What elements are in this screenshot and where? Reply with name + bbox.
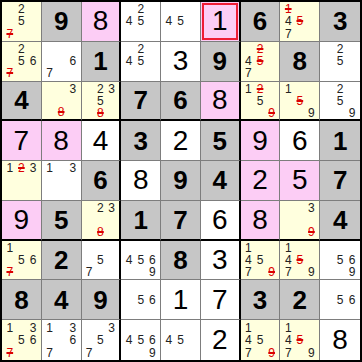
candidate-6: 6 (67, 55, 79, 67)
candidates-grid: 2567 (4, 43, 39, 80)
cell-value-given: 1 (133, 207, 147, 233)
cell-r9c5[interactable]: 45 (161, 320, 201, 360)
cell-value-solved: 8 (133, 166, 149, 194)
candidate-5: 5 (16, 254, 28, 266)
cell-r2c7[interactable]: 2457 (241, 42, 281, 82)
candidate-9: 9 (346, 107, 358, 119)
cell-r1c8[interactable]: 1457 (280, 2, 320, 42)
cell-r3c2[interactable]: 38 (42, 82, 82, 122)
cell-r5c5[interactable]: 9 (161, 161, 201, 201)
candidate-3: 3 (67, 321, 79, 334)
cell-r1c4[interactable]: 245 (121, 2, 161, 42)
candidate-5: 5 (135, 15, 147, 27)
candidate-4: 4 (123, 15, 135, 27)
cell-r1c6-selected[interactable]: 1 (201, 2, 241, 42)
cell-r1c9[interactable]: 3 (320, 2, 360, 42)
cell-r7c6[interactable]: 3 (201, 241, 241, 281)
cell-value-given: 7 (133, 87, 147, 113)
candidate-5-eliminated: 5 (294, 254, 306, 266)
cell-r5c1[interactable]: 123 (2, 161, 42, 201)
candidate-5: 5 (254, 254, 266, 266)
cell-r3c5[interactable]: 6 (161, 82, 201, 122)
candidates-grid: 14579 (282, 321, 317, 359)
cell-value-given: 8 (14, 287, 28, 313)
cell-value-solved: 2 (173, 127, 189, 155)
candidates-grid: 259 (322, 83, 358, 119)
candidate-7: 7 (243, 266, 255, 278)
candidate-9-eliminated: 9 (266, 346, 278, 359)
candidate-7-eliminated: 7 (4, 28, 16, 40)
candidate-9: 9 (346, 266, 358, 278)
cell-r1c2[interactable]: 9 (42, 2, 82, 42)
cell-value-given: 1 (93, 48, 107, 74)
candidate-5: 5 (16, 334, 28, 347)
candidate-1: 1 (243, 321, 255, 334)
cell-value-given: 5 (54, 207, 68, 233)
cell-r9c3[interactable]: 357 (82, 320, 122, 360)
candidates-grid: 25 (322, 43, 358, 80)
candidate-5: 5 (254, 334, 266, 347)
cell-r2c3[interactable]: 1 (82, 42, 122, 82)
candidate-1: 1 (4, 162, 16, 174)
candidate-9: 9 (306, 107, 318, 119)
candidate-1: 1 (44, 321, 56, 334)
cell-r6c5[interactable]: 7 (161, 201, 201, 241)
candidate-5: 5 (175, 334, 187, 347)
cell-r6c2[interactable]: 5 (42, 201, 82, 241)
cell-value-given: 4 (333, 207, 347, 233)
cell-r7c3[interactable]: 57 (82, 241, 122, 281)
cell-value-solved: 4 (93, 127, 109, 155)
cell-r8c1[interactable]: 8 (2, 280, 42, 320)
candidate-3: 3 (106, 321, 117, 334)
candidate-1: 1 (44, 162, 56, 174)
cell-r7c8[interactable]: 14579 (280, 241, 320, 281)
cell-value-given: 9 (173, 167, 187, 193)
cell-r5c4[interactable]: 8 (121, 161, 161, 201)
cell-r5c3[interactable]: 6 (82, 161, 122, 201)
cell-r8c6[interactable]: 7 (201, 280, 241, 320)
cell-value-given: 2 (293, 287, 307, 313)
candidates-grid: 2358 (84, 83, 118, 119)
cell-r1c3[interactable]: 8 (82, 2, 122, 42)
candidate-2-eliminated: 2 (254, 83, 266, 95)
cell-r4c6[interactable]: 5 (201, 121, 241, 161)
candidate-2-eliminated: 2 (16, 162, 28, 174)
candidates-grid: 569 (322, 242, 358, 279)
candidate-4: 4 (123, 334, 135, 347)
cell-value-given: 1 (333, 128, 347, 154)
cell-r6c3[interactable]: 238 (82, 201, 122, 241)
cell-value-given: 3 (333, 8, 347, 34)
cell-r7c7[interactable]: 14579 (241, 241, 281, 281)
cell-r6c8[interactable]: 39 (280, 201, 320, 241)
candidate-3: 3 (67, 162, 79, 174)
cell-value-solved: 2 (212, 326, 228, 354)
candidate-6: 6 (147, 294, 159, 306)
candidate-4: 4 (123, 254, 135, 266)
cell-r8c3[interactable]: 9 (82, 280, 122, 320)
candidates-grid: 245 (123, 3, 158, 40)
cell-r9c6[interactable]: 2 (201, 320, 241, 360)
candidates-grid: 39 (282, 202, 317, 238)
candidate-7: 7 (44, 67, 56, 79)
cell-value-given: 9 (213, 48, 227, 74)
cell-r5c6[interactable]: 4 (201, 161, 241, 201)
candidate-5: 5 (254, 95, 266, 107)
cell-r9c7[interactable]: 14579 (241, 320, 281, 360)
cell-r4c1[interactable]: 7 (2, 121, 42, 161)
cell-r4c9[interactable]: 1 (320, 121, 360, 161)
cell-value-solved: 9 (252, 127, 268, 155)
candidate-6: 6 (67, 334, 79, 347)
cell-value-solved: 1 (212, 7, 228, 35)
candidate-6: 6 (27, 254, 39, 266)
candidates-grid: 13 (44, 162, 79, 199)
cell-value-given: 4 (14, 87, 28, 113)
candidate-7: 7 (84, 266, 95, 278)
cell-r2c9[interactable]: 25 (320, 42, 360, 82)
candidate-5: 5 (135, 334, 147, 347)
candidate-2: 2 (95, 202, 106, 214)
candidate-6: 6 (27, 55, 39, 67)
cell-r4c7[interactable]: 9 (241, 121, 281, 161)
candidates-grid: 245 (123, 43, 158, 80)
cell-value-solved: 2 (252, 166, 268, 194)
cell-r8c5[interactable]: 1 (161, 280, 201, 320)
candidate-3: 3 (27, 162, 39, 174)
cell-value-given: 9 (54, 8, 68, 34)
cell-r9c9[interactable]: 8 (320, 320, 360, 360)
candidate-3: 3 (106, 202, 117, 214)
cell-r7c2[interactable]: 2 (42, 241, 82, 281)
cell-r2c1[interactable]: 2567 (2, 42, 42, 82)
candidates-grid: 1367 (44, 321, 79, 359)
cell-value-solved: 1 (173, 286, 189, 314)
candidate-7-eliminated: 7 (4, 266, 16, 278)
cell-r8c9[interactable]: 56 (320, 280, 360, 320)
candidate-7: 7 (84, 346, 95, 359)
cell-value-given: 6 (93, 167, 107, 193)
candidate-3: 3 (27, 321, 39, 334)
candidates-grid: 56 (123, 281, 158, 318)
sudoku-board: 2579824545161457325676712453924578254382… (0, 0, 362, 362)
cell-r3c8[interactable]: 159 (280, 82, 320, 122)
candidate-1: 1 (4, 242, 16, 254)
candidates-grid: 56 (322, 281, 358, 318)
candidate-3: 3 (106, 83, 117, 95)
cell-value-given: 5 (213, 128, 227, 154)
candidates-grid: 45 (163, 321, 198, 359)
candidates-grid: 57 (84, 242, 118, 279)
candidate-8-eliminated: 8 (55, 106, 67, 118)
cell-r4c5[interactable]: 2 (161, 121, 201, 161)
cell-r3c9[interactable]: 259 (320, 82, 360, 122)
candidate-1: 1 (282, 321, 294, 334)
cell-value-solved: 7 (212, 286, 228, 314)
candidate-4: 4 (282, 15, 294, 27)
candidate-7-eliminated: 7 (4, 346, 16, 359)
cell-value-solved: 8 (53, 127, 69, 155)
cell-r7c5[interactable]: 8 (161, 241, 201, 281)
cell-r2c6[interactable]: 9 (201, 42, 241, 82)
candidate-8-eliminated: 8 (95, 226, 106, 238)
cell-r5c7[interactable]: 2 (241, 161, 281, 201)
candidates-grid: 1567 (4, 242, 39, 279)
candidates-grid: 45 (163, 3, 198, 40)
cell-r7c4[interactable]: 4569 (121, 241, 161, 281)
cell-value-given: 4 (54, 287, 68, 313)
cell-r9c1[interactable]: 13567 (2, 320, 42, 360)
cell-value-solved: 8 (212, 86, 228, 114)
cell-value-solved: 8 (332, 326, 348, 354)
cell-r1c5[interactable]: 45 (161, 2, 201, 42)
candidate-5-eliminated: 5 (294, 334, 306, 347)
cell-value-given: 8 (293, 48, 307, 74)
cell-r6c9[interactable]: 4 (320, 201, 360, 241)
candidate-1: 1 (4, 321, 16, 334)
candidate-2: 2 (334, 83, 346, 95)
candidate-5: 5 (95, 334, 106, 347)
candidate-8-eliminated: 8 (95, 107, 106, 119)
candidate-9: 9 (147, 266, 159, 278)
cell-value-solved: 8 (252, 206, 268, 234)
candidate-5: 5 (334, 55, 346, 67)
candidate-7: 7 (243, 346, 255, 359)
candidate-6: 6 (27, 334, 39, 347)
candidate-5: 5 (334, 95, 346, 107)
candidate-7: 7 (282, 346, 294, 359)
candidates-grid: 123 (4, 162, 39, 199)
cell-value-given: 7 (333, 167, 347, 193)
cell-value-solved: 7 (14, 127, 30, 155)
cell-r5c9[interactable]: 7 (320, 161, 360, 201)
candidate-5: 5 (135, 254, 147, 266)
candidates-grid: 4569 (123, 242, 158, 279)
cell-r7c1[interactable]: 1567 (2, 241, 42, 281)
cell-r8c2[interactable]: 4 (42, 280, 82, 320)
candidate-1: 1 (243, 83, 255, 95)
candidate-3: 3 (67, 83, 79, 95)
candidates-grid: 14579 (243, 321, 278, 359)
candidate-5: 5 (16, 55, 28, 67)
candidate-6: 6 (346, 294, 358, 306)
cell-r2c2[interactable]: 67 (42, 42, 82, 82)
cell-r5c2[interactable]: 13 (42, 161, 82, 201)
cell-r6c1[interactable]: 9 (2, 201, 42, 241)
candidates-grid: 257 (4, 3, 39, 40)
candidates-grid: 357 (84, 321, 118, 359)
candidate-9-eliminated: 9 (266, 266, 278, 278)
cell-r4c8[interactable]: 6 (280, 121, 320, 161)
cell-r3c7[interactable]: 1259 (241, 82, 281, 122)
cell-r4c2[interactable]: 8 (42, 121, 82, 161)
candidates-grid: 1259 (243, 83, 278, 119)
candidate-4: 4 (163, 15, 175, 27)
cell-r8c4[interactable]: 56 (121, 280, 161, 320)
cell-r4c4[interactable]: 3 (121, 121, 161, 161)
candidate-3: 3 (306, 202, 318, 214)
cell-value-solved: 6 (212, 206, 228, 234)
cell-value-solved: 9 (14, 206, 30, 234)
candidate-4: 4 (123, 55, 135, 67)
candidate-9-eliminated: 9 (266, 107, 278, 119)
candidate-9: 9 (147, 346, 159, 359)
cell-r2c8[interactable]: 8 (280, 42, 320, 82)
candidate-5-eliminated: 5 (254, 55, 266, 67)
candidate-1: 1 (282, 83, 294, 95)
cell-r5c8[interactable]: 5 (280, 161, 320, 201)
candidate-5: 5 (175, 15, 187, 27)
cell-r1c7[interactable]: 6 (241, 2, 281, 42)
candidate-5-eliminated: 5 (294, 95, 306, 107)
cell-r3c4[interactable]: 7 (121, 82, 161, 122)
candidates-grid: 159 (282, 83, 317, 119)
cell-value-solved: 3 (173, 47, 189, 75)
candidates-grid: 1457 (282, 3, 317, 40)
candidate-7: 7 (282, 28, 294, 40)
candidate-6: 6 (147, 334, 159, 347)
cell-r3c3[interactable]: 2358 (82, 82, 122, 122)
cell-value-solved: 5 (292, 166, 308, 194)
candidates-grid: 13567 (4, 321, 39, 359)
cell-r2c5[interactable]: 3 (161, 42, 201, 82)
candidate-4: 4 (243, 334, 255, 347)
cell-value-given: 7 (173, 207, 187, 233)
candidate-9: 9 (306, 266, 318, 278)
candidates-grid: 14579 (243, 242, 278, 279)
cell-value-given: 4 (213, 167, 227, 193)
cell-value-given: 9 (93, 287, 107, 313)
candidate-5-eliminated: 5 (294, 15, 306, 27)
candidate-4: 4 (163, 334, 175, 347)
candidates-grid: 67 (44, 43, 79, 80)
cell-value-given: 6 (253, 8, 267, 34)
candidate-7: 7 (44, 346, 56, 359)
cell-r9c4[interactable]: 4569 (121, 320, 161, 360)
cell-value-given: 8 (173, 247, 187, 273)
cell-r6c4[interactable]: 1 (121, 201, 161, 241)
candidate-4: 4 (282, 334, 294, 347)
candidate-5: 5 (334, 254, 346, 266)
cell-value-given: 3 (253, 287, 267, 313)
cell-value-solved: 8 (93, 7, 109, 35)
candidate-5: 5 (16, 15, 28, 27)
cell-value-solved: 6 (292, 127, 308, 155)
candidates-grid: 4569 (123, 321, 158, 359)
cell-r3c6[interactable]: 8 (201, 82, 241, 122)
cell-value-given: 3 (133, 128, 147, 154)
candidates-grid: 2457 (243, 43, 278, 80)
candidate-7: 7 (282, 266, 294, 278)
candidate-7: 7 (243, 67, 255, 79)
candidate-9-eliminated: 9 (306, 226, 318, 238)
cell-r3c1[interactable]: 4 (2, 82, 42, 122)
candidate-5: 5 (334, 294, 346, 306)
candidate-5: 5 (95, 254, 106, 266)
cell-r7c9[interactable]: 569 (320, 241, 360, 281)
cell-r1c1[interactable]: 257 (2, 2, 42, 42)
candidate-2: 2 (95, 83, 106, 95)
candidate-9: 9 (306, 346, 318, 359)
candidate-5: 5 (135, 55, 147, 67)
cell-value-solved: 3 (212, 246, 228, 274)
candidates-grid: 238 (84, 202, 118, 238)
cell-r2c4[interactable]: 245 (121, 42, 161, 82)
cell-r9c2[interactable]: 1367 (42, 320, 82, 360)
cell-r6c6[interactable]: 6 (201, 201, 241, 241)
candidates-grid: 14579 (282, 242, 317, 279)
cell-r4c3[interactable]: 4 (82, 121, 122, 161)
candidates-grid: 38 (44, 83, 79, 119)
cell-r6c7[interactable]: 8 (241, 201, 281, 241)
cell-r8c8[interactable]: 2 (280, 280, 320, 320)
candidate-7-eliminated: 7 (4, 67, 16, 79)
cell-value-given: 2 (54, 247, 68, 273)
candidate-5: 5 (135, 294, 147, 306)
cell-value-given: 6 (173, 87, 187, 113)
cell-r8c7[interactable]: 3 (241, 280, 281, 320)
cell-r9c8[interactable]: 14579 (280, 320, 320, 360)
candidate-5: 5 (95, 95, 106, 107)
